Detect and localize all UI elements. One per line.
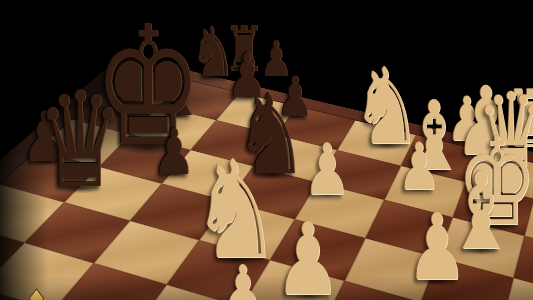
chess-3d-scene: ♜♟♞♟♝♟♟♞♚♜♟♟♛♝♟♞♛♟♟♚♝♞♟♟♟ bbox=[0, 0, 533, 300]
piece-white-pawn[interactable]: ♟ bbox=[222, 257, 264, 300]
piece-white-pawn[interactable]: ♟ bbox=[397, 134, 440, 199]
piece-black-pawn[interactable]: ♟ bbox=[153, 121, 195, 184]
piece-white-pawn[interactable]: ♟ bbox=[275, 210, 341, 300]
piece-white-pawn[interactable]: ♟ bbox=[406, 202, 467, 294]
piece-black-queen[interactable]: ♛ bbox=[36, 74, 124, 206]
piece-white-pawn[interactable]: ♟ bbox=[303, 134, 350, 205]
